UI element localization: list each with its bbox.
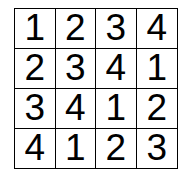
grid-cell-r4c4: 3 [137, 129, 178, 168]
grid-cell-r3c3: 1 [96, 89, 137, 129]
grid-cell-r4c3: 2 [96, 129, 137, 168]
grid-cell-r2c2: 3 [56, 49, 97, 89]
grid-cell-r4c1: 4 [15, 129, 56, 168]
grid-cell-r3c4: 2 [137, 89, 178, 129]
grid-cell-r2c1: 2 [15, 49, 56, 89]
grid-cell-r1c1: 1 [15, 9, 56, 49]
grid-cell-r2c3: 4 [96, 49, 137, 89]
grid-cell-r2c4: 1 [137, 49, 178, 89]
grid-cell-r3c2: 4 [56, 89, 97, 129]
grid-cell-r1c2: 2 [56, 9, 97, 49]
latin-square-board: 1234234134124123 [14, 8, 178, 169]
grid-cell-r4c2: 1 [56, 129, 97, 168]
grid-cell-r1c3: 3 [96, 9, 137, 49]
grid-cell-r1c4: 4 [137, 9, 178, 49]
grid-cell-r3c1: 3 [15, 89, 56, 129]
